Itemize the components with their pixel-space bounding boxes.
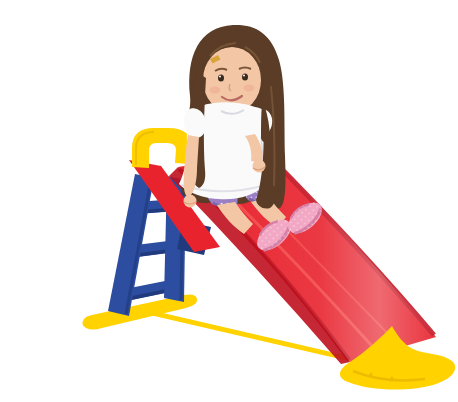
cheek-left bbox=[210, 87, 221, 94]
run-out-dimple-2 bbox=[391, 377, 394, 380]
eye-glint-right bbox=[243, 75, 245, 77]
handle-hook bbox=[132, 128, 192, 168]
eye-right bbox=[242, 73, 248, 80]
hand-left bbox=[184, 195, 197, 208]
run-out-dimple-1 bbox=[370, 373, 373, 376]
cheek-right bbox=[244, 85, 255, 92]
product-photo bbox=[40, 16, 458, 402]
hand-right bbox=[253, 160, 266, 173]
scene-canvas bbox=[40, 16, 458, 402]
eye-left bbox=[218, 74, 224, 81]
eye-glint-left bbox=[219, 76, 221, 78]
